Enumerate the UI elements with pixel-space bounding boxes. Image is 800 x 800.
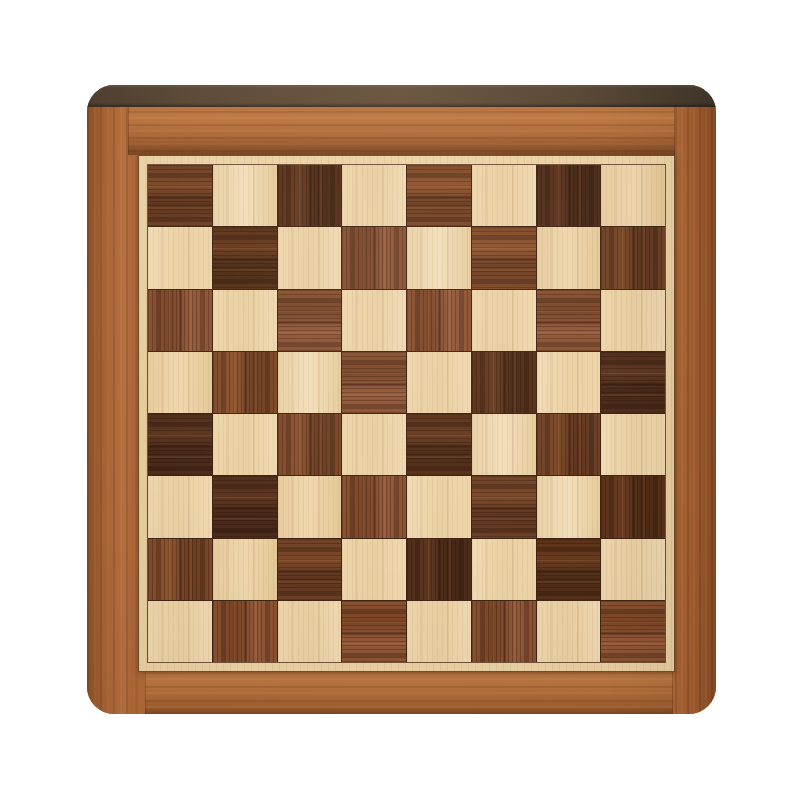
square-r6c7: [601, 539, 665, 600]
square-r5c2: [278, 476, 342, 537]
square-r0c2: [278, 165, 342, 226]
square-r4c4: [407, 414, 471, 475]
square-r5c5: [472, 476, 536, 537]
square-r6c1: [213, 539, 277, 600]
square-r5c1: [213, 476, 277, 537]
photo-background: [0, 0, 800, 800]
square-r5c3: [342, 476, 406, 537]
square-r1c6: [537, 227, 601, 288]
square-r2c2: [278, 290, 342, 351]
square-r1c2: [278, 227, 342, 288]
square-r1c0: [148, 227, 212, 288]
square-r0c6: [537, 165, 601, 226]
frame-right-rail: [675, 85, 716, 714]
board-back-edge: [87, 85, 716, 107]
square-r7c2: [278, 601, 342, 662]
square-r5c6: [537, 476, 601, 537]
square-r3c7: [601, 352, 665, 413]
square-r1c3: [342, 227, 406, 288]
square-r6c6: [537, 539, 601, 600]
square-r2c0: [148, 290, 212, 351]
square-r2c7: [601, 290, 665, 351]
square-r5c0: [148, 476, 212, 537]
square-r6c2: [278, 539, 342, 600]
square-r3c0: [148, 352, 212, 413]
square-r7c4: [407, 601, 471, 662]
square-r4c0: [148, 414, 212, 475]
square-r2c3: [342, 290, 406, 351]
square-r3c6: [537, 352, 601, 413]
square-r5c7: [601, 476, 665, 537]
square-r0c1: [213, 165, 277, 226]
square-r7c6: [537, 601, 601, 662]
square-r1c4: [407, 227, 471, 288]
square-r2c6: [537, 290, 601, 351]
square-r3c4: [407, 352, 471, 413]
square-r2c5: [472, 290, 536, 351]
square-r5c4: [407, 476, 471, 537]
square-r6c0: [148, 539, 212, 600]
square-r2c4: [407, 290, 471, 351]
square-r6c3: [342, 539, 406, 600]
square-r7c5: [472, 601, 536, 662]
square-r1c5: [472, 227, 536, 288]
square-r1c1: [213, 227, 277, 288]
maple-inlay-panel: [138, 155, 675, 672]
square-r3c3: [342, 352, 406, 413]
square-r3c2: [278, 352, 342, 413]
square-r7c3: [342, 601, 406, 662]
square-r4c7: [601, 414, 665, 475]
square-r4c5: [472, 414, 536, 475]
frame-bottom-band: [145, 672, 673, 714]
square-r6c5: [472, 539, 536, 600]
chess-grid: [148, 165, 665, 662]
square-r0c0: [148, 165, 212, 226]
wooden-chessboard: [87, 85, 716, 714]
square-r3c5: [472, 352, 536, 413]
square-r4c2: [278, 414, 342, 475]
frame-left-rail: [87, 85, 138, 714]
square-r2c1: [213, 290, 277, 351]
square-r4c6: [537, 414, 601, 475]
square-r1c7: [601, 227, 665, 288]
square-r7c0: [148, 601, 212, 662]
square-r3c1: [213, 352, 277, 413]
square-r4c3: [342, 414, 406, 475]
square-r0c4: [407, 165, 471, 226]
square-r0c5: [472, 165, 536, 226]
square-r0c3: [342, 165, 406, 226]
square-r7c7: [601, 601, 665, 662]
square-r4c1: [213, 414, 277, 475]
square-r7c1: [213, 601, 277, 662]
square-r6c4: [407, 539, 471, 600]
square-r0c7: [601, 165, 665, 226]
